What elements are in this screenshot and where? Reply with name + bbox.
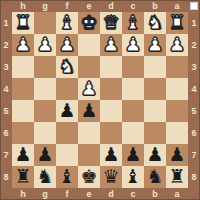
board-square-c5[interactable] <box>122 100 144 122</box>
board-square-f3[interactable]: ♞ <box>56 56 78 78</box>
rank-label: 5 <box>0 100 12 122</box>
file-label: c <box>122 0 144 12</box>
board-square-f7[interactable] <box>56 144 78 166</box>
board-square-b1[interactable]: ♞ <box>144 12 166 34</box>
board-square-d1[interactable]: ♛ <box>100 12 122 34</box>
rank-label: 3 <box>0 56 12 78</box>
chess-piece-wP[interactable]: ♟ <box>102 35 119 54</box>
board-square-e6[interactable] <box>78 122 100 144</box>
chess-piece-bP[interactable]: ♟ <box>80 101 97 120</box>
file-label: d <box>100 188 122 200</box>
board-square-d5[interactable] <box>100 100 122 122</box>
board-square-h6[interactable] <box>12 122 34 144</box>
board-square-h1[interactable]: ♜ <box>12 12 34 34</box>
rank-label: 1 <box>0 12 12 34</box>
chess-piece-wP[interactable]: ♟ <box>14 35 31 54</box>
chess-piece-wN[interactable]: ♞ <box>146 13 163 32</box>
chess-piece-bP[interactable]: ♟ <box>14 145 31 164</box>
file-label: g <box>34 0 56 12</box>
board-square-f5[interactable]: ♟ <box>56 100 78 122</box>
rank-label: 8 <box>0 166 12 188</box>
rank-label: 4 <box>0 78 12 100</box>
board-square-a1[interactable]: ♜ <box>166 12 188 34</box>
chess-piece-bP[interactable]: ♟ <box>124 145 141 164</box>
file-label: b <box>144 188 166 200</box>
file-label: c <box>122 188 144 200</box>
board-square-c1[interactable]: ♝ <box>122 12 144 34</box>
chess-piece-wB[interactable]: ♝ <box>124 13 141 32</box>
rank-label: 4 <box>188 78 200 100</box>
board-square-h4[interactable] <box>12 78 34 100</box>
board-square-a4[interactable] <box>166 78 188 100</box>
board-square-f2[interactable]: ♟ <box>56 34 78 56</box>
chess-piece-wP[interactable]: ♟ <box>80 79 97 98</box>
file-label: a <box>166 188 188 200</box>
board-square-d4[interactable] <box>100 78 122 100</box>
board-square-f1[interactable]: ♝ <box>56 12 78 34</box>
chess-piece-bP[interactable]: ♟ <box>168 145 185 164</box>
board-square-b2[interactable]: ♟ <box>144 34 166 56</box>
rank-label: 6 <box>0 122 12 144</box>
chess-piece-bP[interactable]: ♟ <box>36 145 53 164</box>
board-square-b4[interactable] <box>144 78 166 100</box>
board-square-e5[interactable]: ♟ <box>78 100 100 122</box>
board-square-d7[interactable]: ♟ <box>100 144 122 166</box>
file-label: g <box>34 188 56 200</box>
rank-label: 5 <box>188 100 200 122</box>
chess-piece-bB[interactable]: ♝ <box>124 167 141 186</box>
chess-piece-wR[interactable]: ♜ <box>14 13 31 32</box>
board-square-a7[interactable]: ♟ <box>166 144 188 166</box>
rank-labels-left: 12345678 <box>0 12 12 188</box>
file-label: h <box>12 0 34 12</box>
board-square-d2[interactable]: ♟ <box>100 34 122 56</box>
board-square-d6[interactable] <box>100 122 122 144</box>
chess-piece-wN[interactable]: ♞ <box>58 57 75 76</box>
chess-piece-wK[interactable]: ♚ <box>80 13 97 32</box>
board-square-c3[interactable] <box>122 56 144 78</box>
board-square-g8[interactable]: ♞ <box>34 166 56 188</box>
board-square-h2[interactable]: ♟ <box>12 34 34 56</box>
board-square-a5[interactable] <box>166 100 188 122</box>
rank-label: 2 <box>188 34 200 56</box>
file-label: a <box>166 0 188 12</box>
board-square-g1[interactable] <box>34 12 56 34</box>
file-labels-top: hgfedcba <box>12 0 188 12</box>
board-square-d8[interactable]: ♛ <box>100 166 122 188</box>
board-grid: ♜♝♚♛♝♞♜♟♟♟♟♟♟♟♞♟♟♟♟♟♟♟♟♟♜♞♝♚♛♝♞♜ <box>12 12 188 188</box>
rank-label: 7 <box>188 144 200 166</box>
file-label: f <box>56 188 78 200</box>
file-labels-bottom: hgfedcba <box>12 188 188 200</box>
board-square-e4[interactable]: ♟ <box>78 78 100 100</box>
rank-label: 7 <box>0 144 12 166</box>
board-square-c7[interactable]: ♟ <box>122 144 144 166</box>
chess-piece-wB[interactable]: ♝ <box>58 13 75 32</box>
board-square-e1[interactable]: ♚ <box>78 12 100 34</box>
board-square-d3[interactable] <box>100 56 122 78</box>
rank-label: 8 <box>188 166 200 188</box>
board-square-h5[interactable] <box>12 100 34 122</box>
board-square-f4[interactable] <box>56 78 78 100</box>
board-square-h3[interactable] <box>12 56 34 78</box>
board-square-e2[interactable] <box>78 34 100 56</box>
chess-piece-bP[interactable]: ♟ <box>102 145 119 164</box>
chess-piece-bQ[interactable]: ♛ <box>102 167 119 186</box>
board-square-c8[interactable]: ♝ <box>122 166 144 188</box>
board-square-g7[interactable]: ♟ <box>34 144 56 166</box>
board-square-h8[interactable]: ♜ <box>12 166 34 188</box>
board-square-a8[interactable]: ♜ <box>166 166 188 188</box>
chess-piece-bK[interactable]: ♚ <box>80 167 97 186</box>
chess-piece-bR[interactable]: ♜ <box>168 167 185 186</box>
board-square-f8[interactable]: ♝ <box>56 166 78 188</box>
rank-label: 1 <box>188 12 200 34</box>
chess-piece-wP[interactable]: ♟ <box>124 35 141 54</box>
file-label: b <box>144 0 166 12</box>
board-square-g5[interactable] <box>34 100 56 122</box>
chess-piece-bP[interactable]: ♟ <box>146 145 163 164</box>
board-square-c2[interactable]: ♟ <box>122 34 144 56</box>
chess-piece-wP[interactable]: ♟ <box>146 35 163 54</box>
board-square-b6[interactable] <box>144 122 166 144</box>
board-square-g2[interactable]: ♟ <box>34 34 56 56</box>
chess-piece-bN[interactable]: ♞ <box>146 167 163 186</box>
board-square-e8[interactable]: ♚ <box>78 166 100 188</box>
chess-piece-wP[interactable]: ♟ <box>58 35 75 54</box>
white-to-move-indicator <box>190 2 198 10</box>
chessboard: hgfedcba hgfedcba 12345678 12345678 ♜♝♚♛… <box>0 0 200 200</box>
rank-labels-right: 12345678 <box>188 12 200 188</box>
chess-piece-bN[interactable]: ♞ <box>36 167 53 186</box>
rank-label: 3 <box>188 56 200 78</box>
file-label: h <box>12 188 34 200</box>
rank-label: 6 <box>188 122 200 144</box>
board-square-e7[interactable] <box>78 144 100 166</box>
board-square-c4[interactable] <box>122 78 144 100</box>
board-square-b7[interactable]: ♟ <box>144 144 166 166</box>
board-square-b3[interactable] <box>144 56 166 78</box>
board-square-g3[interactable] <box>34 56 56 78</box>
file-label: e <box>78 0 100 12</box>
board-square-g6[interactable] <box>34 122 56 144</box>
file-label: d <box>100 0 122 12</box>
board-square-g4[interactable] <box>34 78 56 100</box>
board-square-e3[interactable] <box>78 56 100 78</box>
board-square-b5[interactable] <box>144 100 166 122</box>
board-square-a2[interactable]: ♟ <box>166 34 188 56</box>
board-square-a6[interactable] <box>166 122 188 144</box>
chess-piece-wP[interactable]: ♟ <box>36 35 53 54</box>
rank-label: 2 <box>0 34 12 56</box>
board-square-b8[interactable]: ♞ <box>144 166 166 188</box>
chess-piece-wQ[interactable]: ♛ <box>102 13 119 32</box>
file-label: f <box>56 0 78 12</box>
chess-piece-bP[interactable]: ♟ <box>58 101 75 120</box>
chess-piece-bR[interactable]: ♜ <box>14 167 31 186</box>
board-square-h7[interactable]: ♟ <box>12 144 34 166</box>
chess-piece-wP[interactable]: ♟ <box>168 35 185 54</box>
chess-piece-bB[interactable]: ♝ <box>58 167 75 186</box>
chess-piece-wR[interactable]: ♜ <box>168 13 185 32</box>
board-square-a3[interactable] <box>166 56 188 78</box>
board-square-f6[interactable] <box>56 122 78 144</box>
board-square-c6[interactable] <box>122 122 144 144</box>
file-label: e <box>78 188 100 200</box>
